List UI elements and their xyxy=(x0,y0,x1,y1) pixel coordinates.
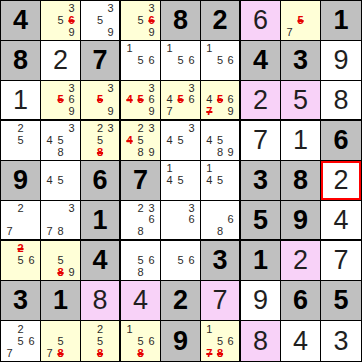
cell-r3c9[interactable]: 8 xyxy=(321,81,361,121)
cell-r8c8[interactable]: 6 xyxy=(281,281,321,321)
empty-candidate-slot xyxy=(186,43,197,55)
candidate-digit[interactable]: 6 xyxy=(146,55,157,67)
empty-candidate-slot xyxy=(215,106,226,117)
eliminated-candidate-digit[interactable]: 5 xyxy=(135,94,146,105)
cell-r9c7[interactable]: 8 xyxy=(241,321,281,361)
empty-candidate-slot xyxy=(175,214,186,225)
cell-r3c5[interactable]: 34567 xyxy=(161,81,201,121)
empty-candidate-slot xyxy=(204,66,215,78)
empty-candidate-slot xyxy=(66,255,77,267)
candidate-grid: 2368 xyxy=(121,201,160,239)
cell-r9c9[interactable]: 3 xyxy=(321,321,361,361)
candidate-digit[interactable]: 3 xyxy=(105,3,116,15)
candidate-digit[interactable]: 2 xyxy=(15,123,26,135)
candidate-digit[interactable]: 5 xyxy=(135,255,146,267)
empty-candidate-slot xyxy=(215,186,226,198)
candidate-digit[interactable]: 5 xyxy=(95,335,106,347)
cell-r8c9[interactable]: 5 xyxy=(321,281,361,321)
cell-r1c4[interactable]: 3569 xyxy=(121,1,161,41)
eliminated-candidate-digit[interactable]: 6 xyxy=(66,15,77,27)
cell-r6c5[interactable]: 36 xyxy=(161,201,201,241)
candidate-digit[interactable]: 3 xyxy=(66,123,77,135)
empty-candidate-slot xyxy=(44,266,55,278)
empty-candidate-slot xyxy=(15,347,26,359)
empty-candidate-slot xyxy=(26,347,37,359)
cell-r1c1[interactable]: 4 xyxy=(1,1,41,41)
solved-digit: 9 xyxy=(333,47,348,74)
cell-r1c8[interactable]: 57 xyxy=(281,1,321,41)
candidate-digit[interactable]: 9 xyxy=(66,106,77,117)
empty-candidate-slot xyxy=(175,203,186,214)
candidate-digit[interactable]: 8 xyxy=(55,226,66,237)
candidate-digit[interactable]: 5 xyxy=(175,135,186,147)
eliminated-candidate-digit[interactable]: 5 xyxy=(175,94,186,105)
candidate-digit[interactable]: 4 xyxy=(164,175,175,187)
cell-r8c5[interactable]: 2 xyxy=(161,281,201,321)
cell-r8c3[interactable]: 8 xyxy=(81,281,121,321)
empty-candidate-slot xyxy=(84,94,95,105)
candidate-digit[interactable]: 4 xyxy=(204,135,215,147)
candidate-digit[interactable]: 8 xyxy=(55,146,66,158)
candidate-digit[interactable]: 9 xyxy=(225,146,236,158)
eliminated-candidate-digit[interactable]: 5 xyxy=(95,94,106,105)
given-digit: 3 xyxy=(293,47,308,74)
cell-r2c9[interactable]: 9 xyxy=(321,41,361,81)
empty-candidate-slot xyxy=(95,3,106,15)
empty-candidate-slot xyxy=(295,26,306,38)
cell-r2c7[interactable]: 4 xyxy=(241,41,281,81)
cell-r4c9[interactable]: 6 xyxy=(321,121,361,161)
candidate-digit[interactable]: 6 xyxy=(66,94,77,105)
candidate-digit[interactable]: 2 xyxy=(95,323,106,335)
candidate-digit[interactable]: 9 xyxy=(225,106,236,117)
empty-candidate-slot xyxy=(84,26,95,38)
candidate-digit[interactable]: 1 xyxy=(124,43,135,55)
candidate-digit[interactable]: 5 xyxy=(175,175,186,187)
candidate-digit[interactable]: 5 xyxy=(215,175,226,187)
candidate-digit[interactable]: 5 xyxy=(215,135,226,147)
candidate-grid: 45679 xyxy=(201,81,239,119)
cell-r9c4[interactable]: 1568 xyxy=(121,321,161,361)
cell-r5c6[interactable]: 145 xyxy=(201,161,241,201)
cell-r5c7[interactable]: 3 xyxy=(241,161,281,201)
candidate-digit[interactable]: 5 xyxy=(175,55,186,67)
empty-candidate-slot xyxy=(84,83,95,94)
candidate-digit[interactable]: 5 xyxy=(95,15,106,27)
candidate-grid: 45 xyxy=(41,161,80,200)
candidate-digit[interactable]: 5 xyxy=(15,255,26,267)
cell-r4c6[interactable]: 4589 xyxy=(201,121,241,161)
cell-r5c1[interactable]: 9 xyxy=(1,161,41,201)
solved-digit: 8 xyxy=(253,328,268,355)
candidate-digit[interactable]: 3 xyxy=(146,123,157,135)
empty-candidate-slot xyxy=(26,226,37,237)
empty-candidate-slot xyxy=(175,123,186,135)
eliminated-candidate-digit[interactable]: 8 xyxy=(55,347,66,359)
cell-r6c6[interactable]: 68 xyxy=(201,201,241,241)
candidate-digit[interactable]: 2 xyxy=(15,323,26,335)
candidate-grid: 2358 xyxy=(81,121,119,160)
solved-digit: 5 xyxy=(293,87,308,114)
solved-digit: 6 xyxy=(253,7,268,34)
empty-candidate-slot xyxy=(164,266,175,278)
empty-candidate-slot xyxy=(186,106,197,117)
empty-candidate-slot xyxy=(4,203,15,214)
empty-candidate-slot xyxy=(284,3,295,15)
empty-candidate-slot xyxy=(66,226,77,237)
solved-digit: 3 xyxy=(333,328,348,355)
given-digit: 7 xyxy=(133,167,148,194)
candidate-grid: 589 xyxy=(41,241,80,280)
empty-candidate-slot xyxy=(164,226,175,237)
candidate-digit[interactable]: 5 xyxy=(55,335,66,347)
candidate-digit[interactable]: 8 xyxy=(135,266,146,278)
empty-candidate-slot xyxy=(306,26,317,38)
cell-r2c5[interactable]: 156 xyxy=(161,41,201,81)
candidate-digit[interactable]: 5 xyxy=(55,15,66,27)
candidate-digit[interactable]: 5 xyxy=(15,135,26,147)
empty-candidate-slot xyxy=(66,243,77,255)
cell-r2c1[interactable]: 8 xyxy=(1,41,41,81)
candidate-digit[interactable]: 4 xyxy=(44,135,55,147)
candidate-digit[interactable]: 6 xyxy=(26,255,37,267)
empty-candidate-slot xyxy=(124,266,135,278)
candidate-digit[interactable]: 5 xyxy=(135,15,146,27)
candidate-digit[interactable]: 9 xyxy=(105,26,116,38)
cell-r9c5[interactable]: 9 xyxy=(161,321,201,361)
given-digit: 1 xyxy=(253,247,268,274)
cell-r4c4[interactable]: 234589 xyxy=(121,121,161,161)
empty-candidate-slot xyxy=(225,175,236,187)
empty-candidate-slot xyxy=(215,66,226,78)
eliminated-candidate-digit[interactable]: 6 xyxy=(146,15,157,27)
candidate-digit[interactable]: 3 xyxy=(146,3,157,15)
candidate-digit[interactable]: 5 xyxy=(215,335,226,347)
candidate-digit[interactable]: 8 xyxy=(135,146,146,158)
empty-candidate-slot xyxy=(146,66,157,78)
empty-candidate-slot xyxy=(44,255,55,267)
cell-r5c8[interactable]: 8 xyxy=(281,161,321,201)
candidate-digit[interactable]: 1 xyxy=(164,163,175,175)
candidate-digit[interactable]: 5 xyxy=(55,135,66,147)
empty-candidate-slot xyxy=(175,226,186,237)
empty-candidate-slot xyxy=(26,323,37,335)
cell-r2c4[interactable]: 156 xyxy=(121,41,161,81)
empty-candidate-slot xyxy=(66,323,77,335)
candidate-digit[interactable]: 9 xyxy=(105,106,116,117)
candidate-digit[interactable]: 1 xyxy=(164,43,175,55)
cell-r3c4[interactable]: 34569 xyxy=(121,81,161,121)
candidate-digit[interactable]: 6 xyxy=(146,255,157,267)
cell-r2c6[interactable]: 156 xyxy=(201,41,241,81)
empty-candidate-slot xyxy=(66,335,77,347)
empty-candidate-slot xyxy=(204,123,215,135)
cell-r6c8[interactable]: 9 xyxy=(281,201,321,241)
cell-r7c9[interactable]: 7 xyxy=(321,241,361,281)
empty-candidate-slot xyxy=(105,94,116,105)
candidate-digit[interactable]: 7 xyxy=(284,26,295,38)
empty-candidate-slot xyxy=(306,15,317,27)
eliminated-candidate-digit[interactable]: 5 xyxy=(215,94,226,105)
eliminated-candidate-digit[interactable]: 8 xyxy=(95,146,106,158)
empty-candidate-slot xyxy=(55,106,66,117)
candidate-grid: 3458 xyxy=(41,121,80,160)
cell-r8c7[interactable]: 9 xyxy=(241,281,281,321)
cell-r5c2[interactable]: 45 xyxy=(41,161,81,201)
candidate-digit[interactable]: 9 xyxy=(66,266,77,278)
empty-candidate-slot xyxy=(4,135,15,147)
candidate-digit[interactable]: 3 xyxy=(66,3,77,15)
solved-digit: 4 xyxy=(293,328,308,355)
cell-r4c8[interactable]: 1 xyxy=(281,121,321,161)
candidate-digit[interactable]: 1 xyxy=(124,323,135,335)
cell-r2c3[interactable]: 7 xyxy=(81,41,121,81)
candidate-digit[interactable]: 5 xyxy=(135,55,146,67)
candidate-digit[interactable]: 5 xyxy=(135,135,146,147)
cell-r3c1[interactable]: 1 xyxy=(1,81,41,121)
candidate-digit[interactable]: 7 xyxy=(4,347,15,359)
candidate-digit[interactable]: 6 xyxy=(225,335,236,347)
empty-candidate-slot xyxy=(44,186,55,198)
eliminated-candidate-digit[interactable]: 5 xyxy=(295,15,306,27)
candidate-digit[interactable]: 2 xyxy=(135,203,146,214)
empty-candidate-slot xyxy=(26,203,37,214)
empty-candidate-slot xyxy=(66,347,77,359)
empty-candidate-slot xyxy=(215,203,226,214)
solved-digit: 2 xyxy=(293,247,308,274)
cell-r7c4[interactable]: 568 xyxy=(121,241,161,281)
cell-r1c6[interactable]: 2 xyxy=(201,1,241,41)
cell-r3c7[interactable]: 2 xyxy=(241,81,281,121)
candidate-digit[interactable]: 4 xyxy=(44,175,55,187)
candidate-digit[interactable]: 7 xyxy=(44,347,55,359)
eliminated-candidate-digit[interactable]: 2 xyxy=(15,243,26,255)
empty-candidate-slot xyxy=(225,186,236,198)
empty-candidate-slot xyxy=(4,243,15,255)
empty-candidate-slot xyxy=(175,66,186,78)
empty-candidate-slot xyxy=(164,203,175,214)
eliminated-candidate-digit[interactable]: 8 xyxy=(55,266,66,278)
candidate-grid: 258 xyxy=(81,321,119,361)
empty-candidate-slot xyxy=(135,243,146,255)
empty-candidate-slot xyxy=(44,94,55,105)
cell-r4c1[interactable]: 25 xyxy=(1,121,41,161)
candidate-digit[interactable]: 4 xyxy=(204,94,215,105)
given-digit: 5 xyxy=(253,207,268,234)
eliminated-candidate-digit[interactable]: 8 xyxy=(135,347,146,359)
candidate-digit[interactable]: 3 xyxy=(186,123,197,135)
cell-r5c9[interactable]: 2 xyxy=(321,161,361,201)
empty-candidate-slot xyxy=(204,55,215,67)
cell-r3c8[interactable]: 5 xyxy=(281,81,321,121)
candidate-digit[interactable]: 5 xyxy=(135,335,146,347)
cell-r1c5[interactable]: 8 xyxy=(161,1,201,41)
candidate-digit[interactable]: 9 xyxy=(66,26,77,38)
empty-candidate-slot xyxy=(186,186,197,198)
given-digit: 4 xyxy=(92,247,107,274)
candidate-digit[interactable]: 4 xyxy=(164,135,175,147)
candidate-digit[interactable]: 2 xyxy=(95,123,106,135)
candidate-digit[interactable]: 5 xyxy=(55,255,66,267)
cell-r6c2[interactable]: 378 xyxy=(41,201,81,241)
candidate-digit[interactable]: 5 xyxy=(55,175,66,187)
solved-digit: 4 xyxy=(133,287,148,314)
candidate-digit[interactable]: 8 xyxy=(215,146,226,158)
candidate-digit[interactable]: 6 xyxy=(225,214,236,225)
cell-r5c3[interactable]: 6 xyxy=(81,161,121,201)
candidate-digit[interactable]: 2 xyxy=(15,203,26,214)
empty-candidate-slot xyxy=(124,26,135,38)
cell-r1c2[interactable]: 3569 xyxy=(41,1,81,41)
candidate-digit[interactable]: 6 xyxy=(186,255,197,267)
given-digit: 9 xyxy=(293,207,308,234)
solved-digit: 4 xyxy=(333,207,348,234)
candidate-digit[interactable]: 6 xyxy=(186,94,197,105)
candidate-digit[interactable]: 5 xyxy=(95,135,106,147)
cell-r1c7[interactable]: 6 xyxy=(241,1,281,41)
candidate-digit[interactable]: 9 xyxy=(146,26,157,38)
cell-r8c4[interactable]: 4 xyxy=(121,281,161,321)
cell-r9c2[interactable]: 578 xyxy=(41,321,81,361)
cell-r6c3[interactable]: 1 xyxy=(81,201,121,241)
candidate-digit[interactable]: 5 xyxy=(215,55,226,67)
cell-r9c1[interactable]: 2567 xyxy=(1,321,41,361)
empty-candidate-slot xyxy=(175,43,186,55)
eliminated-candidate-digit[interactable]: 8 xyxy=(95,347,106,359)
cell-r3c3[interactable]: 359 xyxy=(81,81,121,121)
eliminated-candidate-digit[interactable]: 4 xyxy=(124,135,135,147)
cell-r7c7[interactable]: 1 xyxy=(241,241,281,281)
cell-r2c2[interactable]: 2 xyxy=(41,41,81,81)
eliminated-candidate-digit[interactable]: 4 xyxy=(124,94,135,105)
empty-candidate-slot xyxy=(135,43,146,55)
candidate-digit[interactable]: 7 xyxy=(4,226,15,237)
cell-r8c1[interactable]: 3 xyxy=(1,281,41,321)
cell-r9c8[interactable]: 4 xyxy=(281,321,321,361)
candidate-digit[interactable]: 9 xyxy=(146,146,157,158)
cell-r4c5[interactable]: 345 xyxy=(161,121,201,161)
candidate-digit[interactable]: 7 xyxy=(44,226,55,237)
candidate-digit[interactable]: 1 xyxy=(204,43,215,55)
candidate-digit[interactable]: 6 xyxy=(146,94,157,105)
cell-r6c4[interactable]: 2368 xyxy=(121,201,161,241)
empty-candidate-slot xyxy=(175,106,186,117)
candidate-digit[interactable]: 7 xyxy=(164,106,175,117)
cell-r9c6[interactable]: 15678 xyxy=(201,321,241,361)
empty-candidate-slot xyxy=(124,243,135,255)
cell-r1c3[interactable]: 359 xyxy=(81,1,121,41)
cell-r6c1[interactable]: 27 xyxy=(1,201,41,241)
cell-r7c1[interactable]: 256 xyxy=(1,241,41,281)
candidate-digit[interactable]: 3 xyxy=(105,123,116,135)
cell-r6c9[interactable]: 4 xyxy=(321,201,361,241)
cell-r3c6[interactable]: 45679 xyxy=(201,81,241,121)
empty-candidate-slot xyxy=(55,26,66,38)
empty-candidate-slot xyxy=(66,163,77,175)
empty-candidate-slot xyxy=(4,266,15,278)
empty-candidate-slot xyxy=(4,255,15,267)
cell-r8c2[interactable]: 1 xyxy=(41,281,81,321)
candidate-grid: 345 xyxy=(161,121,200,160)
cell-r4c2[interactable]: 3458 xyxy=(41,121,81,161)
cell-r7c3[interactable]: 4 xyxy=(81,241,121,281)
empty-candidate-slot xyxy=(44,203,55,214)
empty-candidate-slot xyxy=(124,15,135,27)
cell-r1c9[interactable]: 1 xyxy=(321,1,361,41)
empty-candidate-slot xyxy=(204,214,215,225)
candidate-digit[interactable]: 6 xyxy=(146,214,157,225)
candidate-digit[interactable]: 8 xyxy=(135,226,146,237)
candidate-grid: 156 xyxy=(121,41,160,80)
candidate-digit[interactable]: 5 xyxy=(15,335,26,347)
cell-r7c8[interactable]: 2 xyxy=(281,241,321,281)
eliminated-candidate-digit[interactable]: 7 xyxy=(204,347,215,359)
given-digit: 1 xyxy=(92,207,107,234)
empty-candidate-slot xyxy=(44,26,55,38)
candidate-digit[interactable]: 8 xyxy=(215,226,226,237)
candidate-digit[interactable]: 6 xyxy=(146,335,157,347)
empty-candidate-slot xyxy=(124,66,135,78)
cell-r5c4[interactable]: 7 xyxy=(121,161,161,201)
eliminated-candidate-digit[interactable]: 5 xyxy=(55,94,66,105)
given-digit: 8 xyxy=(13,47,28,74)
empty-candidate-slot xyxy=(186,226,197,237)
solved-digit: 7 xyxy=(333,247,348,274)
cell-r6c7[interactable]: 5 xyxy=(241,201,281,241)
eliminated-candidate-digit[interactable]: 8 xyxy=(215,347,226,359)
empty-candidate-slot xyxy=(204,146,215,158)
candidate-digit[interactable]: 6 xyxy=(186,214,197,225)
empty-candidate-slot xyxy=(204,226,215,237)
candidate-digit[interactable]: 9 xyxy=(146,106,157,117)
cell-r7c2[interactable]: 589 xyxy=(41,241,81,281)
candidate-digit[interactable]: 3 xyxy=(66,203,77,214)
solved-digit: 2 xyxy=(253,87,268,114)
cell-r7c6[interactable]: 3 xyxy=(201,241,241,281)
candidate-grid: 145 xyxy=(161,161,200,200)
candidate-digit[interactable]: 1 xyxy=(204,163,215,175)
cell-r5c5[interactable]: 145 xyxy=(161,161,201,201)
cell-r7c5[interactable]: 56 xyxy=(161,241,201,281)
empty-candidate-slot xyxy=(146,266,157,278)
empty-candidate-slot xyxy=(175,266,186,278)
cell-r4c7[interactable]: 7 xyxy=(241,121,281,161)
cell-r8c6[interactable]: 7 xyxy=(201,281,241,321)
cell-r3c2[interactable]: 3569 xyxy=(41,81,81,121)
candidate-digit[interactable]: 6 xyxy=(186,55,197,67)
candidate-digit[interactable]: 1 xyxy=(204,323,215,335)
given-digit: 5 xyxy=(333,287,348,314)
candidate-digit[interactable]: 5 xyxy=(175,255,186,267)
cell-r2c8[interactable]: 3 xyxy=(281,41,321,81)
candidate-digit[interactable]: 4 xyxy=(204,175,215,187)
candidate-digit[interactable]: 4 xyxy=(164,94,175,105)
candidate-grid: 359 xyxy=(81,81,119,119)
eliminated-candidate-digit[interactable]: 7 xyxy=(204,106,215,117)
cell-r4c3[interactable]: 2358 xyxy=(81,121,121,161)
candidate-digit[interactable]: 6 xyxy=(225,94,236,105)
candidate-digit[interactable]: 2 xyxy=(135,123,146,135)
cell-r9c3[interactable]: 258 xyxy=(81,321,121,361)
candidate-digit[interactable]: 6 xyxy=(26,335,37,347)
candidate-digit[interactable]: 3 xyxy=(105,83,116,94)
candidate-digit[interactable]: 6 xyxy=(225,55,236,67)
empty-candidate-slot xyxy=(175,163,186,175)
empty-candidate-slot xyxy=(175,243,186,255)
empty-candidate-slot xyxy=(95,26,106,38)
empty-candidate-slot xyxy=(164,66,175,78)
given-digit: 2 xyxy=(173,287,188,314)
